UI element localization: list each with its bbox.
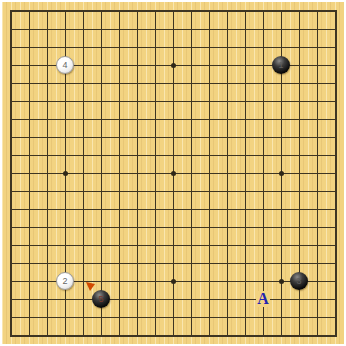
star-point bbox=[171, 63, 176, 68]
move-number: 3 bbox=[296, 277, 301, 286]
move-number: 4 bbox=[62, 61, 67, 70]
last-move-marker-icon bbox=[86, 282, 95, 291]
board-layer: 12345A bbox=[0, 0, 346, 346]
point-label-A-P3[interactable]: A bbox=[256, 291, 270, 307]
star-point bbox=[171, 279, 176, 284]
star-point bbox=[171, 171, 176, 176]
move-number: 1 bbox=[278, 61, 283, 70]
stone-black-3-R4[interactable]: 3 bbox=[290, 272, 308, 290]
move-number: 5 bbox=[98, 295, 103, 304]
stone-white-2-D4[interactable]: 2 bbox=[56, 272, 74, 290]
stone-black-5-F3[interactable]: 5 bbox=[92, 290, 110, 308]
move-number: 2 bbox=[62, 277, 67, 286]
stone-white-4-D16[interactable]: 4 bbox=[56, 56, 74, 74]
star-point bbox=[63, 171, 68, 176]
stone-black-1-Q16[interactable]: 1 bbox=[272, 56, 290, 74]
star-point bbox=[279, 171, 284, 176]
star-point bbox=[279, 279, 284, 284]
go-diagram: 12345A bbox=[0, 0, 346, 346]
